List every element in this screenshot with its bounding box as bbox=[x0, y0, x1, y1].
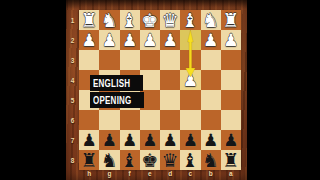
piece-bP-f7: ♟ bbox=[120, 130, 140, 150]
rank-label-4: 4 bbox=[66, 70, 79, 90]
rank-label-2: 2 bbox=[66, 30, 79, 50]
square-c4: ♟ bbox=[180, 70, 200, 90]
piece-wP-a2: ♟ bbox=[221, 30, 241, 50]
piece-wB-c1: ♝ bbox=[180, 10, 200, 30]
square-g3 bbox=[99, 50, 119, 70]
square-e1: ♚ bbox=[140, 10, 160, 30]
piece-wP-g2: ♟ bbox=[99, 30, 119, 50]
piece-bR-h8: ♜ bbox=[79, 150, 99, 170]
piece-bP-c7: ♟ bbox=[180, 130, 200, 150]
square-b5 bbox=[201, 90, 221, 110]
file-label-e: e bbox=[140, 170, 160, 180]
square-g8: ♞ bbox=[99, 150, 119, 170]
piece-wK-e1: ♚ bbox=[140, 10, 160, 30]
file-label-d: d bbox=[160, 170, 180, 180]
square-c2 bbox=[180, 30, 200, 50]
rank-label-3: 3 bbox=[66, 50, 79, 70]
square-a1: ♜ bbox=[221, 10, 241, 30]
square-b1: ♞ bbox=[201, 10, 221, 30]
caption-line-2: OPENING bbox=[90, 92, 144, 108]
piece-bP-h7: ♟ bbox=[79, 130, 99, 150]
square-d7: ♟ bbox=[160, 130, 180, 150]
rank-labels: 12345678 bbox=[66, 10, 79, 170]
square-d3 bbox=[160, 50, 180, 70]
piece-wP-b2: ♟ bbox=[201, 30, 221, 50]
rank-label-1: 1 bbox=[66, 10, 79, 30]
video-frame: 12345678 ♜♞♝♚♛♝♞♜♟♟♟♟♟♟♟♟♟♟♟♟♟♟♟♟♜♞♝♚♛♝♞… bbox=[66, 0, 247, 180]
piece-wR-h1: ♜ bbox=[79, 10, 99, 30]
square-h6 bbox=[79, 110, 99, 130]
caption-line-1: ENGLISH bbox=[90, 75, 143, 91]
rank-label-8: 8 bbox=[66, 150, 79, 170]
square-a6 bbox=[221, 110, 241, 130]
file-labels: hgfedcba bbox=[79, 170, 241, 180]
square-b8: ♞ bbox=[201, 150, 221, 170]
square-b6 bbox=[201, 110, 221, 130]
square-f6 bbox=[120, 110, 140, 130]
piece-wB-f1: ♝ bbox=[120, 10, 140, 30]
square-b4 bbox=[201, 70, 221, 90]
piece-bB-f8: ♝ bbox=[120, 150, 140, 170]
square-c7: ♟ bbox=[180, 130, 200, 150]
piece-bP-b7: ♟ bbox=[201, 130, 221, 150]
caption-text-1: ENGLISH bbox=[93, 79, 130, 89]
square-b2: ♟ bbox=[201, 30, 221, 50]
square-f8: ♝ bbox=[120, 150, 140, 170]
piece-wP-e2: ♟ bbox=[140, 30, 160, 50]
rank-label-7: 7 bbox=[66, 130, 79, 150]
square-d6 bbox=[160, 110, 180, 130]
square-a7: ♟ bbox=[221, 130, 241, 150]
piece-wN-g1: ♞ bbox=[99, 10, 119, 30]
square-b3 bbox=[201, 50, 221, 70]
caption-text-2: OPENING bbox=[93, 96, 132, 106]
piece-bN-b8: ♞ bbox=[201, 150, 221, 170]
piece-bK-e8: ♚ bbox=[140, 150, 160, 170]
square-a2: ♟ bbox=[221, 30, 241, 50]
square-h2: ♟ bbox=[79, 30, 99, 50]
file-label-f: f bbox=[120, 170, 140, 180]
piece-bP-a7: ♟ bbox=[221, 130, 241, 150]
file-label-c: c bbox=[180, 170, 200, 180]
opening-caption: ENGLISH OPENING bbox=[90, 75, 144, 109]
square-a5 bbox=[221, 90, 241, 110]
file-label-a: a bbox=[221, 170, 241, 180]
rank-label-6: 6 bbox=[66, 110, 79, 130]
piece-wP-d2: ♟ bbox=[160, 30, 180, 50]
piece-bQ-d8: ♛ bbox=[160, 150, 180, 170]
square-e3 bbox=[140, 50, 160, 70]
piece-wP-c4: ♟ bbox=[180, 70, 200, 90]
square-d4 bbox=[160, 70, 180, 90]
piece-bR-a8: ♜ bbox=[221, 150, 241, 170]
piece-wN-b1: ♞ bbox=[201, 10, 221, 30]
piece-wP-f2: ♟ bbox=[120, 30, 140, 50]
piece-wP-h2: ♟ bbox=[79, 30, 99, 50]
square-a3 bbox=[221, 50, 241, 70]
piece-bN-g8: ♞ bbox=[99, 150, 119, 170]
square-c1: ♝ bbox=[180, 10, 200, 30]
piece-bP-e7: ♟ bbox=[140, 130, 160, 150]
square-f3 bbox=[120, 50, 140, 70]
square-e7: ♟ bbox=[140, 130, 160, 150]
square-c8: ♝ bbox=[180, 150, 200, 170]
square-c5 bbox=[180, 90, 200, 110]
square-h8: ♜ bbox=[79, 150, 99, 170]
square-f1: ♝ bbox=[120, 10, 140, 30]
square-f2: ♟ bbox=[120, 30, 140, 50]
square-d1: ♛ bbox=[160, 10, 180, 30]
piece-bP-d7: ♟ bbox=[160, 130, 180, 150]
file-label-h: h bbox=[79, 170, 99, 180]
piece-wR-a1: ♜ bbox=[221, 10, 241, 30]
square-g7: ♟ bbox=[99, 130, 119, 150]
square-g2: ♟ bbox=[99, 30, 119, 50]
square-h7: ♟ bbox=[79, 130, 99, 150]
square-g6 bbox=[99, 110, 119, 130]
piece-wQ-d1: ♛ bbox=[160, 10, 180, 30]
square-h1: ♜ bbox=[79, 10, 99, 30]
square-e2: ♟ bbox=[140, 30, 160, 50]
file-label-g: g bbox=[99, 170, 119, 180]
square-a8: ♜ bbox=[221, 150, 241, 170]
square-a4 bbox=[221, 70, 241, 90]
rank-label-5: 5 bbox=[66, 90, 79, 110]
square-b7: ♟ bbox=[201, 130, 221, 150]
square-h3 bbox=[79, 50, 99, 70]
square-e6 bbox=[140, 110, 160, 130]
square-d2: ♟ bbox=[160, 30, 180, 50]
file-label-b: b bbox=[201, 170, 221, 180]
piece-bB-c8: ♝ bbox=[180, 150, 200, 170]
square-f7: ♟ bbox=[120, 130, 140, 150]
square-c3 bbox=[180, 50, 200, 70]
square-g1: ♞ bbox=[99, 10, 119, 30]
square-d8: ♛ bbox=[160, 150, 180, 170]
square-c6 bbox=[180, 110, 200, 130]
square-d5 bbox=[160, 90, 180, 110]
square-e8: ♚ bbox=[140, 150, 160, 170]
piece-bP-g7: ♟ bbox=[99, 130, 119, 150]
